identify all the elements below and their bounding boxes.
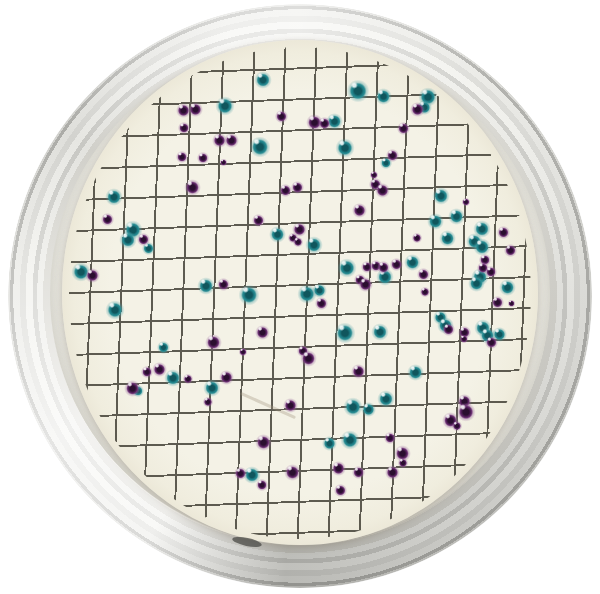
colony-purple [416, 267, 431, 282]
colony-teal [370, 322, 390, 342]
colony-purple [136, 232, 151, 247]
colony-purple [503, 243, 518, 258]
colony-purple [389, 257, 404, 272]
colony-purple [409, 101, 426, 118]
colony-purple [223, 132, 240, 149]
colony-teal [104, 299, 126, 321]
colony-purple [254, 433, 273, 452]
colony-purple [274, 109, 289, 124]
colony-purple [385, 148, 400, 163]
colony-teal [214, 95, 236, 117]
colony-purple [411, 232, 423, 244]
colony-purple [84, 267, 101, 284]
colony-teal [339, 429, 361, 451]
colony-teal [426, 212, 445, 231]
colony-purple [419, 286, 431, 298]
colony-purple [441, 322, 456, 337]
colony-purple [383, 431, 397, 445]
colony-purple [177, 121, 191, 135]
colony-purple [490, 295, 505, 310]
colony-purple [374, 182, 391, 199]
colony-purple [333, 483, 348, 498]
colony-purple [451, 420, 463, 432]
colony-purple [255, 478, 269, 492]
colony-teal [268, 225, 287, 244]
colony-teal [248, 135, 272, 159]
colony-purple [357, 276, 374, 293]
colony-teal [498, 278, 517, 297]
colony-purple [314, 296, 329, 311]
colony-purple [290, 180, 305, 195]
colony-purple [238, 347, 248, 357]
colony-purple [397, 457, 409, 469]
colony-purple [251, 213, 266, 228]
colony-purple [317, 116, 332, 131]
colony-purple [292, 236, 304, 248]
colony-teal [104, 187, 124, 207]
colony-purple [219, 158, 228, 167]
colony-teal [333, 321, 357, 345]
colony-purple [175, 150, 189, 164]
colony-purple [283, 463, 302, 482]
colony-purple [183, 178, 202, 197]
petri-dish-photo [0, 0, 600, 594]
colony-purple [233, 466, 248, 481]
colony-teal [447, 207, 466, 226]
colony-purple [151, 361, 168, 378]
colony-teal [376, 389, 396, 409]
colony-purple [396, 121, 411, 136]
colony-teal [431, 186, 451, 206]
colony-purple [123, 379, 142, 398]
colony-purple [507, 299, 516, 308]
colony-purple [254, 324, 271, 341]
colony-purple [187, 101, 204, 118]
colony-purple [351, 202, 368, 219]
colony-purple [202, 396, 214, 408]
colony-purple [351, 465, 366, 480]
colony-teal [438, 229, 457, 248]
colony-purple [282, 397, 299, 414]
colony-purple [218, 369, 235, 386]
colony-purple [182, 373, 194, 385]
colony-layer [0, 0, 600, 594]
colony-purple [330, 460, 347, 477]
colony-teal [345, 78, 371, 104]
colony-teal [237, 283, 261, 307]
colony-teal [360, 401, 377, 418]
colony-purple [484, 335, 499, 350]
colony-purple [484, 265, 498, 279]
colony-purple [204, 333, 223, 352]
colony-purple [299, 349, 318, 368]
colony-purple [350, 363, 367, 380]
colony-purple [216, 277, 231, 292]
colony-teal [467, 274, 486, 293]
colony-purple [100, 212, 115, 227]
colony-teal [334, 137, 356, 159]
colony-purple [459, 334, 469, 344]
colony-teal [321, 435, 338, 452]
colony-teal [118, 230, 138, 250]
colony-teal [406, 363, 425, 382]
colony-teal [156, 340, 171, 355]
colony-teal [304, 235, 324, 255]
colony-teal [374, 87, 393, 106]
colony-purple [461, 197, 471, 207]
colony-purple [496, 225, 511, 240]
colony-purple [196, 151, 210, 165]
colony-teal [253, 70, 273, 90]
colony-teal [196, 276, 216, 296]
